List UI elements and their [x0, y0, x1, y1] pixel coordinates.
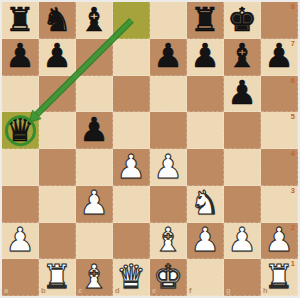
piece-black-pawn[interactable]: ♟ [224, 76, 260, 112]
square-h3[interactable]: 3 [261, 186, 298, 223]
square-g3[interactable] [224, 186, 261, 223]
square-a7[interactable]: ♟ [2, 39, 39, 76]
square-f6[interactable] [187, 76, 224, 113]
file-label-a: a [4, 287, 8, 295]
rank-label-5: 5 [291, 112, 295, 121]
chess-board: ♜♞♝♜♚8♟♟♟♟♝♟7♟6♛♟5♟♟4♟♞3♟♝♟♟♟2a♜b♝c♛d♚ef… [2, 2, 298, 296]
piece-white-pawn[interactable]: ♟ [224, 223, 260, 259]
square-f8[interactable]: ♜ [187, 2, 224, 39]
square-e8[interactable] [150, 2, 187, 39]
piece-black-king[interactable]: ♚ [224, 2, 260, 38]
square-b8[interactable]: ♞ [39, 2, 76, 39]
piece-black-pawn[interactable]: ♟ [39, 39, 75, 75]
square-a4[interactable] [2, 149, 39, 186]
piece-black-bishop[interactable]: ♝ [224, 39, 260, 75]
square-c2[interactable] [76, 223, 113, 260]
square-a8[interactable]: ♜ [2, 2, 39, 39]
square-b1[interactable]: ♜b [39, 259, 76, 296]
square-f3[interactable]: ♞ [187, 186, 224, 223]
square-g4[interactable] [224, 149, 261, 186]
file-label-e: e [152, 287, 156, 295]
file-label-c: c [78, 287, 82, 295]
square-c6[interactable] [76, 76, 113, 113]
square-h6[interactable]: 6 [261, 76, 298, 113]
rank-label-4: 4 [291, 149, 295, 158]
square-g7[interactable]: ♝ [224, 39, 261, 76]
square-f7[interactable]: ♟ [187, 39, 224, 76]
square-a2[interactable]: ♟ [2, 223, 39, 260]
square-c8[interactable]: ♝ [76, 2, 113, 39]
square-g6[interactable]: ♟ [224, 76, 261, 113]
square-g2[interactable]: ♟ [224, 223, 261, 260]
square-e4[interactable]: ♟ [150, 149, 187, 186]
rank-label-1: 1 [291, 259, 295, 268]
square-e1[interactable]: ♚e [150, 259, 187, 296]
square-b3[interactable] [39, 186, 76, 223]
square-g1[interactable]: g [224, 259, 261, 296]
piece-black-rook[interactable]: ♜ [2, 2, 38, 38]
piece-white-pawn[interactable]: ♟ [76, 186, 112, 222]
file-label-b: b [41, 287, 46, 295]
rank-label-7: 7 [291, 39, 295, 48]
piece-white-pawn[interactable]: ♟ [187, 223, 223, 259]
file-label-f: f [189, 287, 192, 295]
piece-black-pawn[interactable]: ♟ [2, 39, 38, 75]
piece-black-rook[interactable]: ♜ [187, 2, 223, 38]
square-a6[interactable] [2, 76, 39, 113]
square-c1[interactable]: ♝c [76, 259, 113, 296]
piece-white-pawn[interactable]: ♟ [113, 149, 149, 185]
square-h5[interactable]: 5 [261, 112, 298, 149]
piece-black-knight[interactable]: ♞ [39, 2, 75, 38]
square-h4[interactable]: 4 [261, 149, 298, 186]
square-h1[interactable]: ♜1h [261, 259, 298, 296]
board-frame: ♜♞♝♜♚8♟♟♟♟♝♟7♟6♛♟5♟♟4♟♞3♟♝♟♟♟2a♜b♝c♛d♚ef… [0, 0, 300, 298]
rank-label-6: 6 [291, 76, 295, 85]
piece-black-pawn[interactable]: ♟ [150, 39, 186, 75]
square-e2[interactable]: ♝ [150, 223, 187, 260]
square-a3[interactable] [2, 186, 39, 223]
square-f1[interactable]: f [187, 259, 224, 296]
square-d6[interactable] [113, 76, 150, 113]
square-e5[interactable] [150, 112, 187, 149]
square-g8[interactable]: ♚ [224, 2, 261, 39]
square-d4[interactable]: ♟ [113, 149, 150, 186]
square-d5[interactable] [113, 112, 150, 149]
square-b4[interactable] [39, 149, 76, 186]
rank-label-2: 2 [291, 223, 295, 232]
piece-black-pawn[interactable]: ♟ [76, 112, 112, 148]
square-f4[interactable] [187, 149, 224, 186]
square-c5[interactable]: ♟ [76, 112, 113, 149]
square-e3[interactable] [150, 186, 187, 223]
square-b2[interactable] [39, 223, 76, 260]
square-b6[interactable] [39, 76, 76, 113]
square-f5[interactable] [187, 112, 224, 149]
file-label-g: g [226, 287, 231, 295]
square-h8[interactable]: 8 [261, 2, 298, 39]
square-h7[interactable]: ♟7 [261, 39, 298, 76]
piece-white-knight[interactable]: ♞ [187, 186, 223, 222]
square-d8[interactable] [113, 2, 150, 39]
square-d2[interactable] [113, 223, 150, 260]
square-g5[interactable] [224, 112, 261, 149]
square-c4[interactable] [76, 149, 113, 186]
square-e7[interactable]: ♟ [150, 39, 187, 76]
square-e6[interactable] [150, 76, 187, 113]
file-label-h: h [263, 287, 268, 295]
piece-black-pawn[interactable]: ♟ [187, 39, 223, 75]
square-h2[interactable]: ♟2 [261, 223, 298, 260]
square-d1[interactable]: ♛d [113, 259, 150, 296]
piece-black-queen[interactable]: ♛ [2, 112, 38, 148]
square-d3[interactable] [113, 186, 150, 223]
square-f2[interactable]: ♟ [187, 223, 224, 260]
rank-label-8: 8 [291, 2, 295, 11]
square-c7[interactable] [76, 39, 113, 76]
piece-white-bishop[interactable]: ♝ [150, 223, 186, 259]
file-label-d: d [115, 287, 120, 295]
square-a1[interactable]: a [2, 259, 39, 296]
square-a5[interactable]: ♛ [2, 112, 39, 149]
square-b7[interactable]: ♟ [39, 39, 76, 76]
piece-white-pawn[interactable]: ♟ [150, 149, 186, 185]
piece-black-bishop[interactable]: ♝ [76, 2, 112, 38]
rank-label-3: 3 [291, 186, 295, 195]
square-b5[interactable] [39, 112, 76, 149]
piece-white-pawn[interactable]: ♟ [2, 223, 38, 259]
square-d7[interactable] [113, 39, 150, 76]
square-c3[interactable]: ♟ [76, 186, 113, 223]
